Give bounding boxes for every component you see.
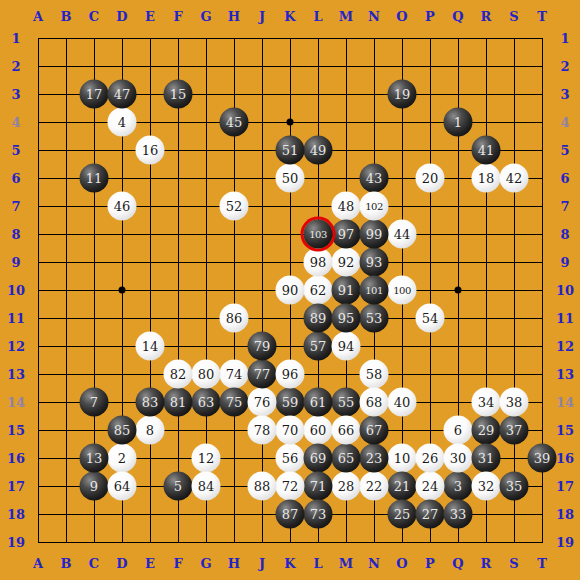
stone-black-73-L18[interactable]: 73 [304,500,333,529]
col-label-top-P: P [425,10,435,23]
stone-white-72-K17[interactable]: 72 [276,472,305,501]
row-label-right-5: 5 [560,144,569,157]
col-label-bottom-H: H [228,557,240,570]
stone-white-94-M12[interactable]: 94 [332,332,361,361]
stone-black-63-G14[interactable]: 63 [192,388,221,417]
col-label-bottom-C: C [89,557,99,570]
col-label-top-M: M [339,10,353,23]
col-label-top-A: A [33,10,43,23]
stone-black-39-T16[interactable]: 39 [528,444,557,473]
stone-white-60-L15[interactable]: 60 [304,416,333,445]
stone-black-77-J13[interactable]: 77 [248,360,277,389]
stone-black-37-S15[interactable]: 37 [500,416,529,445]
stone-white-54-P11[interactable]: 54 [416,304,445,333]
stone-black-59-K14[interactable]: 59 [276,388,305,417]
row-label-left-4: 4 [11,116,20,129]
col-label-top-N: N [368,10,380,23]
col-label-top-L: L [313,10,322,23]
stone-black-25-O18[interactable]: 25 [388,500,417,529]
stone-black-21-O17[interactable]: 21 [388,472,417,501]
row-label-right-1: 1 [560,32,569,45]
stone-white-82-F13[interactable]: 82 [164,360,193,389]
row-label-right-2: 2 [560,60,569,73]
row-label-right-4: 4 [560,116,569,129]
row-label-left-11: 11 [7,312,25,325]
row-label-right-11: 11 [556,312,574,325]
stone-black-57-L12[interactable]: 57 [304,332,333,361]
stone-white-20-P6[interactable]: 20 [416,164,445,193]
stone-white-10-O16[interactable]: 10 [388,444,417,473]
stone-white-22-N17[interactable]: 22 [360,472,389,501]
stone-black-51-K5[interactable]: 51 [276,136,305,165]
stone-black-43-N6[interactable]: 43 [360,164,389,193]
row-label-left-12: 12 [7,340,25,353]
col-label-bottom-Q: Q [452,557,463,570]
stone-white-74-H13[interactable]: 74 [220,360,249,389]
row-label-right-8: 8 [560,228,569,241]
stone-black-45-H4[interactable]: 45 [220,108,249,137]
stone-white-58-N13[interactable]: 58 [360,360,389,389]
stone-white-40-O14[interactable]: 40 [388,388,417,417]
stone-black-65-M16[interactable]: 65 [332,444,361,473]
stone-black-49-L5[interactable]: 49 [304,136,333,165]
row-label-left-16: 16 [7,452,25,465]
stone-white-64-D17[interactable]: 64 [108,472,137,501]
stone-black-87-K18[interactable]: 87 [276,500,305,529]
stone-white-4-D4[interactable]: 4 [108,108,137,137]
row-label-right-14: 14 [556,396,574,409]
stone-black-81-F14[interactable]: 81 [164,388,193,417]
col-label-top-S: S [509,10,518,23]
star-point-Q10 [455,287,462,294]
row-label-left-17: 17 [7,480,25,493]
stone-white-80-G13[interactable]: 80 [192,360,221,389]
stone-white-70-K15[interactable]: 70 [276,416,305,445]
stone-black-11-C6[interactable]: 11 [80,164,109,193]
stone-black-41-R5[interactable]: 41 [472,136,501,165]
row-label-left-2: 2 [11,60,20,73]
stone-white-92-M9[interactable]: 92 [332,248,361,277]
stone-white-2-D16[interactable]: 2 [108,444,137,473]
stone-white-88-J17[interactable]: 88 [248,472,277,501]
row-label-right-10: 10 [556,284,574,297]
row-label-left-15: 15 [7,424,25,437]
stone-white-84-G17[interactable]: 84 [192,472,221,501]
stone-black-1-Q4[interactable]: 1 [444,108,473,137]
stone-white-78-J15[interactable]: 78 [248,416,277,445]
row-label-left-6: 6 [11,172,20,185]
col-label-top-G: G [200,10,211,23]
stone-black-7-C14[interactable]: 7 [80,388,109,417]
row-label-left-1: 1 [11,32,20,45]
stone-black-23-N16[interactable]: 23 [360,444,389,473]
stone-black-83-E14[interactable]: 83 [136,388,165,417]
go-board[interactable]: AABBCCDDEEFFGGHHJJKKLLMMNNOOPPQQRRSSTT11… [0,0,580,580]
col-label-top-E: E [145,10,155,23]
col-label-bottom-N: N [368,557,380,570]
stone-black-75-H14[interactable]: 75 [220,388,249,417]
col-label-bottom-E: E [145,557,155,570]
stone-black-3-Q17[interactable]: 3 [444,472,473,501]
row-label-left-7: 7 [11,200,20,213]
col-label-bottom-A: A [33,557,43,570]
stone-white-48-M7[interactable]: 48 [332,192,361,221]
stone-black-5-F17[interactable]: 5 [164,472,193,501]
stone-white-28-M17[interactable]: 28 [332,472,361,501]
stone-white-66-M15[interactable]: 66 [332,416,361,445]
star-point-K4 [287,119,294,126]
stone-black-29-R15[interactable]: 29 [472,416,501,445]
col-label-top-R: R [481,10,492,23]
row-label-right-17: 17 [556,480,574,493]
stone-white-50-K6[interactable]: 50 [276,164,305,193]
col-label-bottom-G: G [200,557,211,570]
stone-black-99-N8[interactable]: 99 [360,220,389,249]
col-label-bottom-D: D [116,557,127,570]
col-label-bottom-S: S [509,557,518,570]
col-label-top-F: F [173,10,182,23]
stone-black-33-Q18[interactable]: 33 [444,500,473,529]
stone-black-9-C17[interactable]: 9 [80,472,109,501]
stone-white-76-J14[interactable]: 76 [248,388,277,417]
stone-black-67-N15[interactable]: 67 [360,416,389,445]
row-label-right-16: 16 [556,452,574,465]
row-label-right-19: 19 [556,536,574,549]
col-label-top-Q: Q [452,10,463,23]
stone-black-13-C16[interactable]: 13 [80,444,109,473]
row-label-right-12: 12 [556,340,574,353]
row-label-left-8: 8 [11,228,20,241]
stone-white-44-O8[interactable]: 44 [388,220,417,249]
stone-white-42-S6[interactable]: 42 [500,164,529,193]
row-label-left-9: 9 [11,256,20,269]
stone-white-8-E15[interactable]: 8 [136,416,165,445]
stone-black-27-P18[interactable]: 27 [416,500,445,529]
col-label-top-K: K [284,10,295,23]
col-label-bottom-F: F [173,557,182,570]
col-label-top-O: O [396,10,407,23]
col-label-top-D: D [116,10,127,23]
stone-white-16-E5[interactable]: 16 [136,136,165,165]
stone-white-6-Q15[interactable]: 6 [444,416,473,445]
stone-white-32-R17[interactable]: 32 [472,472,501,501]
stone-white-62-L10[interactable]: 62 [304,276,333,305]
stone-black-91-M10[interactable]: 91 [332,276,361,305]
stone-black-19-O3[interactable]: 19 [388,80,417,109]
col-label-bottom-P: P [425,557,435,570]
stone-white-100-O10[interactable]: 100 [388,276,417,305]
stone-white-18-R6[interactable]: 18 [472,164,501,193]
stone-black-53-N11[interactable]: 53 [360,304,389,333]
stone-black-71-L17[interactable]: 71 [304,472,333,501]
stone-black-55-M14[interactable]: 55 [332,388,361,417]
stone-white-90-K10[interactable]: 90 [276,276,305,305]
stone-white-30-Q16[interactable]: 30 [444,444,473,473]
stone-white-26-P16[interactable]: 26 [416,444,445,473]
col-label-bottom-B: B [61,557,72,570]
stone-white-86-H11[interactable]: 86 [220,304,249,333]
col-label-top-J: J [259,10,265,23]
col-label-top-B: B [61,10,72,23]
stone-black-35-S17[interactable]: 35 [500,472,529,501]
stone-black-69-L16[interactable]: 69 [304,444,333,473]
col-label-bottom-R: R [481,557,492,570]
row-label-left-14: 14 [7,396,25,409]
stone-black-61-L14[interactable]: 61 [304,388,333,417]
row-label-right-13: 13 [556,368,574,381]
stone-black-89-L11[interactable]: 89 [304,304,333,333]
stone-white-34-R14[interactable]: 34 [472,388,501,417]
stone-white-12-G16[interactable]: 12 [192,444,221,473]
star-point-D10 [119,287,126,294]
col-label-top-H: H [228,10,240,23]
stone-black-79-J12[interactable]: 79 [248,332,277,361]
col-label-bottom-J: J [259,557,265,570]
col-label-top-T: T [537,10,547,23]
stone-white-96-K13[interactable]: 96 [276,360,305,389]
stone-black-31-R16[interactable]: 31 [472,444,501,473]
stone-black-95-M11[interactable]: 95 [332,304,361,333]
stone-black-93-N9[interactable]: 93 [360,248,389,277]
row-label-right-18: 18 [556,508,574,521]
row-label-right-9: 9 [560,256,569,269]
row-label-left-3: 3 [11,88,20,101]
row-label-right-15: 15 [556,424,574,437]
col-label-bottom-K: K [284,557,295,570]
stone-white-46-D7[interactable]: 46 [108,192,137,221]
row-label-right-7: 7 [560,200,569,213]
stone-white-24-P17[interactable]: 24 [416,472,445,501]
col-label-top-C: C [89,10,99,23]
row-label-left-13: 13 [7,368,25,381]
stone-white-52-H7[interactable]: 52 [220,192,249,221]
stone-white-14-E12[interactable]: 14 [136,332,165,361]
col-label-bottom-T: T [537,557,547,570]
stone-black-15-F3[interactable]: 15 [164,80,193,109]
stone-black-97-M8[interactable]: 97 [332,220,361,249]
row-label-left-18: 18 [7,508,25,521]
col-label-bottom-O: O [396,557,407,570]
stone-black-47-D3[interactable]: 47 [108,80,137,109]
stone-white-98-L9[interactable]: 98 [304,248,333,277]
row-label-right-6: 6 [560,172,569,185]
col-label-bottom-L: L [313,557,322,570]
row-label-right-3: 3 [560,88,569,101]
stone-white-56-K16[interactable]: 56 [276,444,305,473]
stone-black-17-C3[interactable]: 17 [80,80,109,109]
stone-black-101-N10[interactable]: 101 [360,276,389,305]
stone-black-103-L8-last-move[interactable]: 103 [304,220,333,249]
row-label-left-10: 10 [7,284,25,297]
stone-white-68-N14[interactable]: 68 [360,388,389,417]
col-label-bottom-M: M [339,557,353,570]
stone-black-85-D15[interactable]: 85 [108,416,137,445]
stone-white-38-S14[interactable]: 38 [500,388,529,417]
row-label-left-5: 5 [11,144,20,157]
stone-white-102-N7[interactable]: 102 [360,192,389,221]
row-label-left-19: 19 [7,536,25,549]
